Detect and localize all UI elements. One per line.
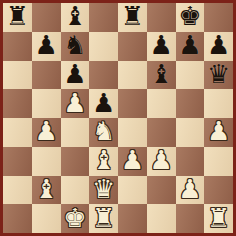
piece-white-pawn[interactable]: ♟ [121,147,144,173]
square-g5[interactable] [176,89,205,118]
square-b5[interactable] [32,89,61,118]
square-b3[interactable] [32,147,61,176]
square-g4[interactable] [176,118,205,147]
square-c3[interactable] [61,147,90,176]
piece-black-pawn[interactable]: ♟ [207,32,230,58]
piece-black-bishop[interactable]: ♝ [149,61,172,87]
piece-black-pawn[interactable]: ♟ [149,32,172,58]
piece-white-king[interactable]: ♚ [63,205,86,231]
square-g6[interactable] [176,61,205,90]
square-e2[interactable] [118,176,147,205]
piece-white-pawn[interactable]: ♟ [207,118,230,144]
square-d5[interactable]: ♟ [89,89,118,118]
square-e6[interactable] [118,61,147,90]
square-a1[interactable] [3,204,32,233]
square-b8[interactable] [32,3,61,32]
piece-black-bishop[interactable]: ♝ [63,3,86,29]
square-c2[interactable] [61,176,90,205]
square-g8[interactable]: ♚ [176,3,205,32]
piece-black-king[interactable]: ♚ [178,3,201,29]
square-e5[interactable] [118,89,147,118]
square-g7[interactable]: ♟ [176,32,205,61]
piece-black-rook[interactable]: ♜ [6,3,29,29]
square-c1[interactable]: ♚ [61,204,90,233]
piece-black-pawn[interactable]: ♟ [34,32,57,58]
square-h8[interactable] [204,3,233,32]
square-f5[interactable] [147,89,176,118]
piece-white-knight[interactable]: ♞ [92,118,115,144]
square-a7[interactable] [3,32,32,61]
square-d4[interactable]: ♞ [89,118,118,147]
square-b1[interactable] [32,204,61,233]
square-f8[interactable] [147,3,176,32]
square-g1[interactable] [176,204,205,233]
square-a6[interactable] [3,61,32,90]
piece-white-rook[interactable]: ♜ [92,205,115,231]
square-a2[interactable] [3,176,32,205]
piece-black-pawn[interactable]: ♟ [63,61,86,87]
square-e1[interactable] [118,204,147,233]
square-e8[interactable]: ♜ [118,3,147,32]
square-h1[interactable]: ♜ [204,204,233,233]
square-e3[interactable]: ♟ [118,147,147,176]
square-f7[interactable]: ♟ [147,32,176,61]
piece-black-queen[interactable]: ♛ [207,61,230,87]
square-h3[interactable] [204,147,233,176]
piece-white-pawn[interactable]: ♟ [178,176,201,202]
square-d8[interactable] [89,3,118,32]
square-h4[interactable]: ♟ [204,118,233,147]
square-h6[interactable]: ♛ [204,61,233,90]
square-c7[interactable]: ♞ [61,32,90,61]
piece-black-pawn[interactable]: ♟ [92,90,115,116]
piece-white-pawn[interactable]: ♟ [34,118,57,144]
chess-board: ♜♝♜♚♟♞♟♟♟♟♝♛♟♟♟♞♟♝♟♟♝♛♟♚♜♜ [3,3,233,233]
square-d7[interactable] [89,32,118,61]
square-d2[interactable]: ♛ [89,176,118,205]
square-g2[interactable]: ♟ [176,176,205,205]
square-d1[interactable]: ♜ [89,204,118,233]
square-c5[interactable]: ♟ [61,89,90,118]
square-f3[interactable]: ♟ [147,147,176,176]
square-b6[interactable] [32,61,61,90]
piece-white-bishop[interactable]: ♝ [34,176,57,202]
square-f2[interactable] [147,176,176,205]
square-e7[interactable] [118,32,147,61]
square-d6[interactable] [89,61,118,90]
square-f1[interactable] [147,204,176,233]
piece-black-knight[interactable]: ♞ [63,32,86,58]
piece-black-pawn[interactable]: ♟ [178,32,201,58]
square-b4[interactable]: ♟ [32,118,61,147]
square-h5[interactable] [204,89,233,118]
square-h7[interactable]: ♟ [204,32,233,61]
square-e4[interactable] [118,118,147,147]
square-a4[interactable] [3,118,32,147]
piece-white-rook[interactable]: ♜ [207,205,230,231]
square-a3[interactable] [3,147,32,176]
piece-black-rook[interactable]: ♜ [121,3,144,29]
square-h2[interactable] [204,176,233,205]
square-b2[interactable]: ♝ [32,176,61,205]
piece-white-queen[interactable]: ♛ [92,176,115,202]
square-c6[interactable]: ♟ [61,61,90,90]
square-a8[interactable]: ♜ [3,3,32,32]
piece-white-pawn[interactable]: ♟ [63,90,86,116]
piece-white-pawn[interactable]: ♟ [149,147,172,173]
square-c8[interactable]: ♝ [61,3,90,32]
square-a5[interactable] [3,89,32,118]
square-c4[interactable] [61,118,90,147]
square-g3[interactable] [176,147,205,176]
square-f4[interactable] [147,118,176,147]
chess-board-frame: ♜♝♜♚♟♞♟♟♟♟♝♛♟♟♟♞♟♝♟♟♝♛♟♚♜♜ [0,0,236,236]
square-f6[interactable]: ♝ [147,61,176,90]
square-d3[interactable]: ♝ [89,147,118,176]
square-b7[interactable]: ♟ [32,32,61,61]
piece-white-bishop[interactable]: ♝ [92,147,115,173]
